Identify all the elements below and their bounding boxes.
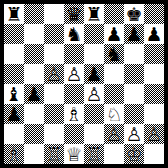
square-e8[interactable]: ♜ — [84, 4, 104, 24]
piece-white-queen-d1: ♕ — [64, 144, 84, 164]
square-g4[interactable] — [124, 84, 144, 104]
square-f5[interactable] — [104, 64, 124, 84]
square-d4[interactable] — [64, 84, 84, 104]
square-d7[interactable]: ♞ — [64, 24, 84, 44]
piece-black-rook-a8: ♜ — [4, 4, 24, 24]
square-f3[interactable]: ♘ — [104, 104, 124, 124]
piece-black-king-g8: ♚ — [124, 4, 144, 24]
square-g5[interactable] — [124, 64, 144, 84]
square-f4[interactable] — [104, 84, 124, 104]
piece-white-bishop-a1: ♗ — [4, 144, 24, 164]
square-e1[interactable]: ♖ — [84, 144, 104, 164]
square-e6[interactable] — [84, 44, 104, 64]
square-e3[interactable] — [84, 104, 104, 124]
piece-white-knight-f3: ♘ — [104, 104, 124, 124]
square-c8[interactable] — [44, 4, 64, 24]
square-e4[interactable]: ♙ — [84, 84, 104, 104]
square-f6[interactable]: ♞ — [104, 44, 124, 64]
square-a1[interactable]: ♗ — [4, 144, 24, 164]
piece-black-rook-e8: ♜ — [84, 4, 104, 24]
piece-black-knight-f6: ♞ — [104, 44, 124, 64]
square-b6[interactable] — [24, 44, 44, 64]
piece-white-bishop-d3: ♗ — [64, 104, 84, 124]
square-g7[interactable]: ♟ — [124, 24, 144, 44]
piece-black-pawn-g7: ♟ — [124, 24, 144, 44]
square-c4[interactable] — [44, 84, 64, 104]
square-h8[interactable] — [144, 4, 164, 24]
square-d3[interactable]: ♗ — [64, 104, 84, 124]
piece-white-pawn-f2: ♙ — [104, 124, 124, 144]
piece-black-queen-d8: ♛ — [64, 4, 84, 24]
square-c5[interactable]: ♙ — [44, 64, 64, 84]
square-f1[interactable] — [104, 144, 124, 164]
square-b5[interactable] — [24, 64, 44, 84]
piece-black-bishop-a4: ♝ — [4, 84, 24, 104]
piece-white-rook-e1: ♖ — [84, 144, 104, 164]
square-d8[interactable]: ♛ — [64, 4, 84, 24]
piece-white-king-g1: ♔ — [124, 144, 144, 164]
square-d5[interactable]: ♙ — [64, 64, 84, 84]
square-f7[interactable]: ♟ — [104, 24, 124, 44]
square-g3[interactable] — [124, 104, 144, 124]
piece-white-pawn-g2: ♙ — [124, 124, 144, 144]
square-b4[interactable]: ♟ — [24, 84, 44, 104]
square-d1[interactable]: ♕ — [64, 144, 84, 164]
square-a8[interactable]: ♜ — [4, 4, 24, 24]
square-a3[interactable]: ♟ — [4, 104, 24, 124]
square-b7[interactable] — [24, 24, 44, 44]
square-c3[interactable] — [44, 104, 64, 124]
square-h2[interactable]: ♙ — [144, 124, 164, 144]
piece-black-pawn-h7: ♟ — [144, 24, 164, 44]
piece-white-pawn-c5: ♙ — [44, 64, 64, 84]
square-b2[interactable] — [24, 124, 44, 144]
square-b3[interactable] — [24, 104, 44, 124]
square-g8[interactable]: ♚ — [124, 4, 144, 24]
square-d6[interactable] — [64, 44, 84, 64]
piece-black-pawn-e5: ♟ — [84, 64, 104, 84]
piece-white-pawn-e4: ♙ — [84, 84, 104, 104]
square-h3[interactable] — [144, 104, 164, 124]
square-h5[interactable] — [144, 64, 164, 84]
piece-black-pawn-f7: ♟ — [104, 24, 124, 44]
piece-black-pawn-a3: ♟ — [4, 104, 24, 124]
piece-white-pawn-d5: ♙ — [64, 64, 84, 84]
square-c1[interactable]: ♖ — [44, 144, 64, 164]
square-c2[interactable] — [44, 124, 64, 144]
square-g2[interactable]: ♙ — [124, 124, 144, 144]
square-h6[interactable] — [144, 44, 164, 64]
square-a7[interactable] — [4, 24, 24, 44]
square-f2[interactable]: ♙ — [104, 124, 124, 144]
piece-white-rook-c1: ♖ — [44, 144, 64, 164]
square-b8[interactable] — [24, 4, 44, 24]
square-d2[interactable] — [64, 124, 84, 144]
square-a6[interactable] — [4, 44, 24, 64]
piece-black-pawn-b4: ♟ — [24, 84, 44, 104]
square-a4[interactable]: ♝ — [4, 84, 24, 104]
square-g1[interactable]: ♔ — [124, 144, 144, 164]
piece-black-knight-d7: ♞ — [64, 24, 84, 44]
piece-white-pawn-h2: ♙ — [144, 124, 164, 144]
square-h1[interactable] — [144, 144, 164, 164]
square-e2[interactable] — [84, 124, 104, 144]
square-c6[interactable] — [44, 44, 64, 64]
square-g6[interactable] — [124, 44, 144, 64]
square-a5[interactable] — [4, 64, 24, 84]
square-e7[interactable] — [84, 24, 104, 44]
square-a2[interactable] — [4, 124, 24, 144]
chess-board: ♜♛♜♚♞♟♟♟♞♙♙♟♝♟♙♟♗♘♙♙♙♗♖♕♖♔ — [4, 4, 164, 164]
square-c7[interactable] — [44, 24, 64, 44]
chess-diagram-frame: ♜♛♜♚♞♟♟♟♞♙♙♟♝♟♙♟♗♘♙♙♙♗♖♕♖♔ — [0, 0, 168, 168]
square-f8[interactable] — [104, 4, 124, 24]
square-b1[interactable] — [24, 144, 44, 164]
square-h7[interactable]: ♟ — [144, 24, 164, 44]
square-h4[interactable] — [144, 84, 164, 104]
square-e5[interactable]: ♟ — [84, 64, 104, 84]
